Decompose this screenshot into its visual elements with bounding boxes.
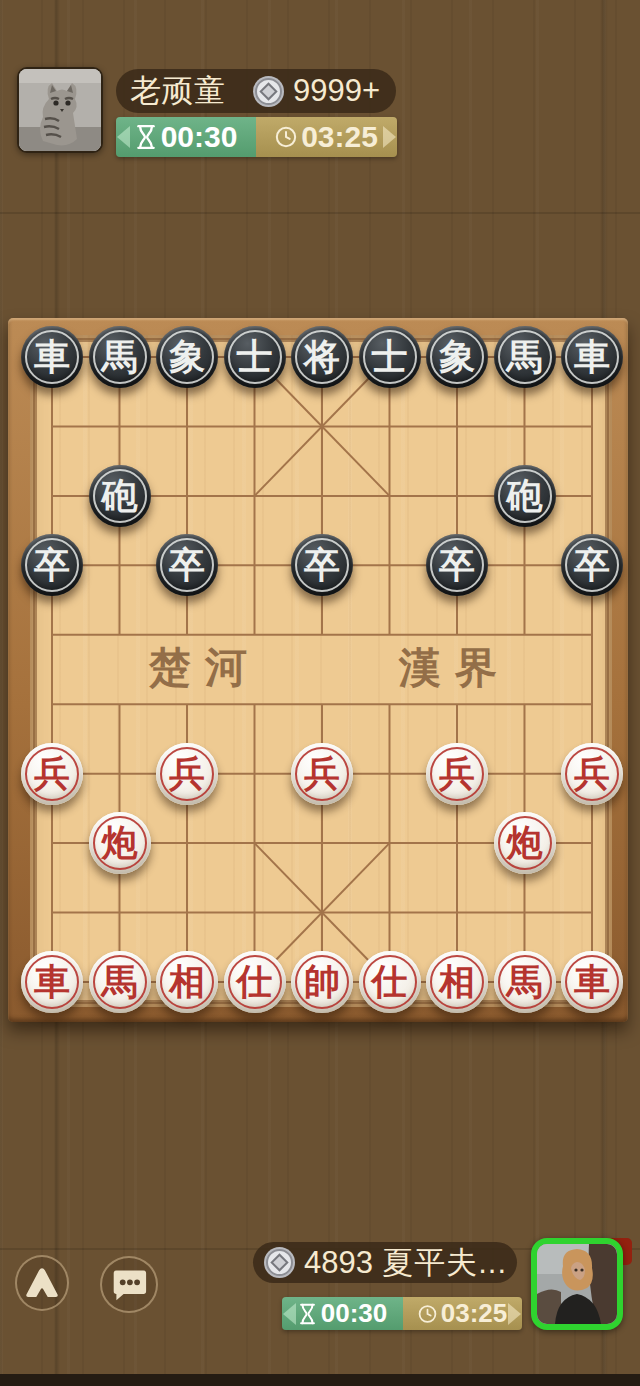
piece-black-r3c6[interactable]: 卒	[426, 534, 488, 596]
total-timer: 03:25	[403, 1297, 522, 1330]
chat-button[interactable]	[100, 1256, 158, 1313]
pieces-layer: 車馬象士将士象馬車砲砲卒卒卒卒卒兵兵兵兵兵炮炮車馬相仕帥仕相馬車	[8, 318, 628, 1022]
piece-red-r9c0[interactable]: 車	[21, 951, 83, 1013]
piece-red-r6c6[interactable]: 兵	[426, 743, 488, 805]
piece-red-r7c7[interactable]: 炮	[494, 812, 556, 874]
peak-logo-icon	[22, 1265, 62, 1301]
piece-red-r9c1[interactable]: 馬	[89, 951, 151, 1013]
move-timer: 00:30	[116, 117, 256, 157]
total-time: 03:25	[441, 1298, 508, 1329]
piece-red-r6c2[interactable]: 兵	[156, 743, 218, 805]
piece-black-r0c7[interactable]: 馬	[494, 326, 556, 388]
piece-black-r3c8[interactable]: 卒	[561, 534, 623, 596]
piece-red-r9c6[interactable]: 相	[426, 951, 488, 1013]
bottom-player-avatar-wrap	[531, 1238, 623, 1330]
cat-photo-placeholder	[19, 69, 103, 153]
piece-red-r9c7[interactable]: 馬	[494, 951, 556, 1013]
top-player-name: 老顽童	[130, 70, 226, 112]
clock-icon	[275, 124, 297, 150]
game-screen: 老顽童 9999+ 00:30 0	[0, 0, 640, 1386]
piece-black-r2c7[interactable]: 砲	[494, 465, 556, 527]
hourglass-icon	[298, 1303, 317, 1325]
person-photo-placeholder	[537, 1244, 617, 1324]
piece-red-r9c3[interactable]: 仕	[224, 951, 286, 1013]
chat-bubble-icon	[109, 1267, 149, 1303]
piece-black-r3c0[interactable]: 卒	[21, 534, 83, 596]
bottom-player-name: 夏平夫...	[382, 1242, 507, 1284]
wood-seam	[0, 212, 640, 214]
piece-red-r6c8[interactable]: 兵	[561, 743, 623, 805]
bottom-player-coins: 4893	[304, 1245, 373, 1281]
bottom-player-avatar[interactable]	[531, 1238, 623, 1330]
bottom-player-timer: 00:30 03:25	[282, 1297, 522, 1330]
top-player-avatar[interactable]	[17, 67, 103, 153]
piece-black-r0c6[interactable]: 象	[426, 326, 488, 388]
piece-black-r0c3[interactable]: 士	[224, 326, 286, 388]
top-player-timer: 00:30 03:25	[116, 117, 397, 157]
coin-icon	[252, 75, 285, 108]
piece-black-r0c1[interactable]: 馬	[89, 326, 151, 388]
menu-button[interactable]	[15, 1255, 69, 1311]
bottom-player-plate: 4893 夏平夫...	[253, 1242, 517, 1283]
piece-black-r0c5[interactable]: 士	[359, 326, 421, 388]
piece-black-r0c8[interactable]: 車	[561, 326, 623, 388]
piece-red-r9c8[interactable]: 車	[561, 951, 623, 1013]
move-time: 00:30	[321, 1298, 388, 1329]
piece-red-r9c4[interactable]: 帥	[291, 951, 353, 1013]
clock-icon	[418, 1303, 437, 1325]
piece-black-r3c2[interactable]: 卒	[156, 534, 218, 596]
bottom-edge-strip	[0, 1374, 640, 1386]
piece-black-r0c4[interactable]: 将	[291, 326, 353, 388]
piece-red-r6c0[interactable]: 兵	[21, 743, 83, 805]
hourglass-icon	[135, 124, 157, 150]
total-time: 03:25	[301, 120, 378, 154]
move-timer: 00:30	[282, 1297, 403, 1330]
piece-red-r9c2[interactable]: 相	[156, 951, 218, 1013]
piece-black-r0c2[interactable]: 象	[156, 326, 218, 388]
piece-black-r0c0[interactable]: 車	[21, 326, 83, 388]
piece-black-r3c4[interactable]: 卒	[291, 534, 353, 596]
xiangqi-board: 楚河 漢界 車馬象士将士象馬車砲砲卒卒卒卒卒兵兵兵兵兵炮炮車馬相仕帥仕相馬車	[8, 318, 628, 1022]
piece-red-r6c4[interactable]: 兵	[291, 743, 353, 805]
coin-icon	[263, 1246, 296, 1279]
piece-red-r9c5[interactable]: 仕	[359, 951, 421, 1013]
top-player-plate: 老顽童 9999+	[116, 69, 396, 113]
total-timer: 03:25	[256, 117, 397, 157]
piece-red-r7c1[interactable]: 炮	[89, 812, 151, 874]
piece-black-r2c1[interactable]: 砲	[89, 465, 151, 527]
move-time: 00:30	[161, 120, 238, 154]
top-player-coins: 9999+	[293, 73, 380, 109]
